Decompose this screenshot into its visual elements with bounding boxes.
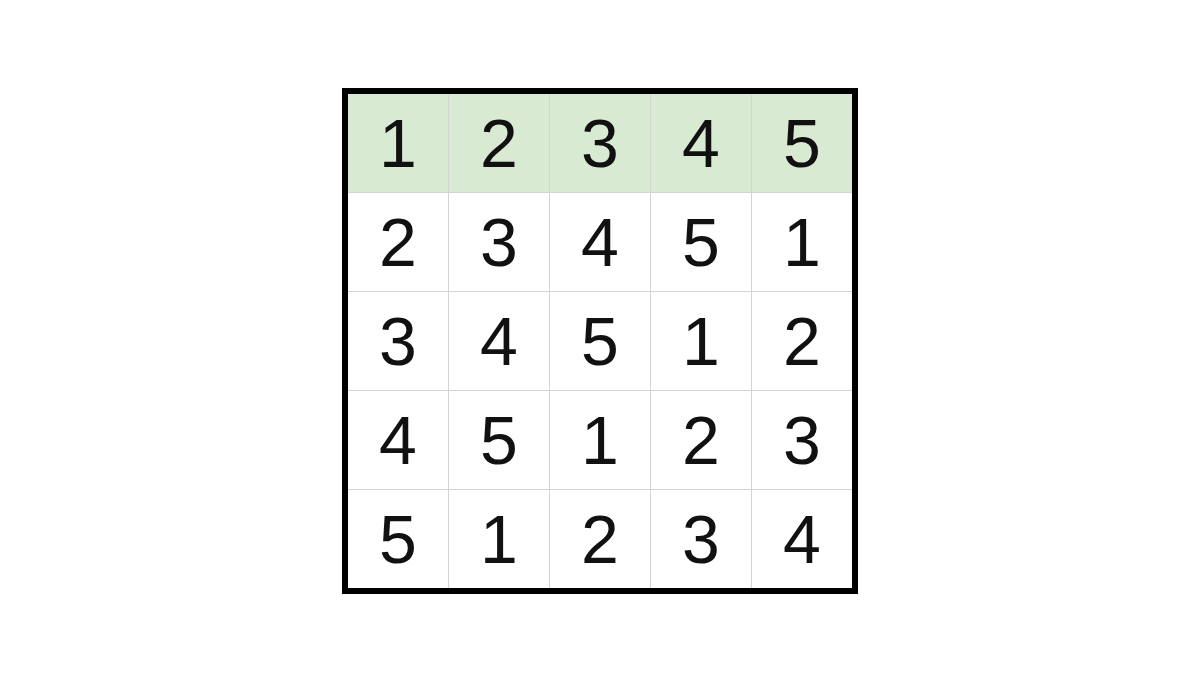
grid-cell: 3 — [449, 193, 549, 291]
grid-cell: 3 — [651, 490, 751, 588]
grid-cell: 5 — [348, 490, 448, 588]
grid-cell: 1 — [651, 292, 751, 390]
grid-cell: 2 — [550, 490, 650, 588]
grid-cell: 1 — [752, 193, 852, 291]
grid-cell: 2 — [752, 292, 852, 390]
grid-cell: 5 — [550, 292, 650, 390]
grid-cell: 3 — [348, 292, 448, 390]
grid-cell: 4 — [752, 490, 852, 588]
grid-cell: 4 — [348, 391, 448, 489]
grid-cell: 5 — [651, 193, 751, 291]
grid-cell: 1 — [550, 391, 650, 489]
grid-cell: 1 — [348, 94, 448, 192]
grid-cell: 5 — [752, 94, 852, 192]
grid-cell: 4 — [651, 94, 751, 192]
grid-cell: 5 — [449, 391, 549, 489]
grid-cell: 4 — [550, 193, 650, 291]
latin-square-board: 1234523451345124512351234 — [342, 88, 858, 594]
grid-cell: 3 — [550, 94, 650, 192]
grid-cell: 4 — [449, 292, 549, 390]
grid-cell: 3 — [752, 391, 852, 489]
grid-cell: 1 — [449, 490, 549, 588]
grid-cell: 2 — [348, 193, 448, 291]
grid-cell: 2 — [449, 94, 549, 192]
grid-cell: 2 — [651, 391, 751, 489]
